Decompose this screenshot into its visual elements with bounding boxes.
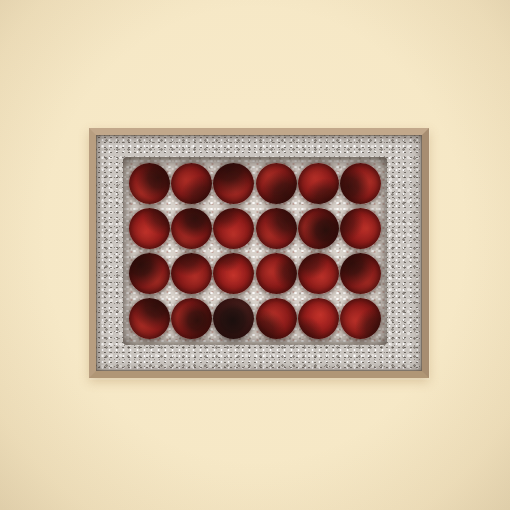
tray-recess: ⛂⛂⛂⛂⛂⛂⛂⛂⛂⛂⛂⛂⛂⛂⛂⛂⛂⛂⛂⛂⛂⛂⛂⛂ (123, 157, 387, 345)
checker-piece-r2c1[interactable]: ⛂ (129, 208, 170, 249)
checker-piece-r4c3[interactable]: ⛂ (213, 298, 254, 339)
photo-stage: ⛂⛂⛂⛂⛂⛂⛂⛂⛂⛂⛂⛂⛂⛂⛂⛂⛂⛂⛂⛂⛂⛂⛂⛂ (0, 0, 510, 510)
checker-piece-r4c5[interactable]: ⛂ (298, 298, 339, 339)
checker-piece-r4c1[interactable]: ⛂ (129, 298, 170, 339)
checker-piece-r3c4[interactable]: ⛂ (256, 253, 297, 294)
piece-grid: ⛂⛂⛂⛂⛂⛂⛂⛂⛂⛂⛂⛂⛂⛂⛂⛂⛂⛂⛂⛂⛂⛂⛂⛂ (128, 161, 382, 341)
checker-piece-r2c6[interactable]: ⛂ (340, 208, 381, 249)
checker-piece-r1c3[interactable]: ⛂ (213, 163, 254, 204)
speckled-stone-mat: ⛂⛂⛂⛂⛂⛂⛂⛂⛂⛂⛂⛂⛂⛂⛂⛂⛂⛂⛂⛂⛂⛂⛂⛂ (96, 135, 422, 371)
checker-piece-r1c6[interactable]: ⛂ (340, 163, 381, 204)
checker-piece-r3c5[interactable]: ⛂ (298, 253, 339, 294)
checker-piece-r3c3[interactable]: ⛂ (213, 253, 254, 294)
wooden-box-frame: ⛂⛂⛂⛂⛂⛂⛂⛂⛂⛂⛂⛂⛂⛂⛂⛂⛂⛂⛂⛂⛂⛂⛂⛂ (89, 128, 429, 378)
checker-piece-r4c2[interactable]: ⛂ (171, 298, 212, 339)
checker-piece-r2c5[interactable]: ⛂ (298, 208, 339, 249)
checker-piece-r1c5[interactable]: ⛂ (298, 163, 339, 204)
checker-piece-r2c2[interactable]: ⛂ (171, 208, 212, 249)
checker-piece-r2c4[interactable]: ⛂ (256, 208, 297, 249)
checker-piece-r4c6[interactable]: ⛂ (340, 298, 381, 339)
checker-piece-r1c2[interactable]: ⛂ (171, 163, 212, 204)
checker-piece-r3c1[interactable]: ⛂ (129, 253, 170, 294)
checker-piece-r1c4[interactable]: ⛂ (256, 163, 297, 204)
checker-piece-r3c6[interactable]: ⛂ (340, 253, 381, 294)
checker-piece-r4c4[interactable]: ⛂ (256, 298, 297, 339)
checker-piece-r2c3[interactable]: ⛂ (213, 208, 254, 249)
checker-piece-r3c2[interactable]: ⛂ (171, 253, 212, 294)
checker-piece-r1c1[interactable]: ⛂ (129, 163, 170, 204)
